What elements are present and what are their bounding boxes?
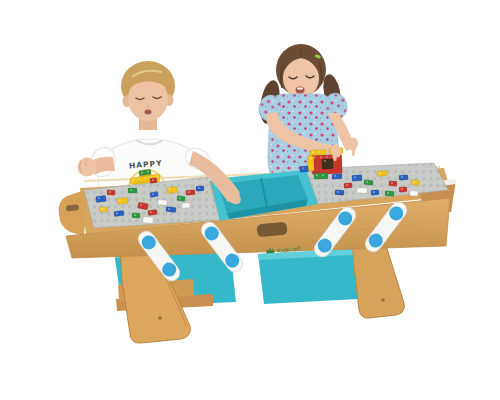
toy-brick (182, 203, 190, 208)
toy-brick (371, 190, 379, 196)
toy-brick (186, 190, 195, 196)
toy-brick (352, 175, 362, 182)
leg-screw (158, 316, 162, 320)
under-table-bin-right (258, 249, 358, 304)
toy-brick (158, 200, 167, 206)
apron-handle-cutout (257, 222, 288, 238)
toy-brick (167, 186, 178, 193)
play-table: KidKraft (59, 163, 456, 343)
toy-brick (335, 190, 344, 196)
toy-brick (107, 190, 115, 196)
toy-brick (143, 217, 153, 224)
toy-brick (410, 191, 418, 197)
toy-brick (332, 174, 342, 179)
toy-brick (389, 181, 397, 187)
toy-brick (132, 213, 140, 218)
toy-brick (96, 195, 107, 202)
toy-brick (117, 198, 128, 205)
toy-brick (364, 180, 373, 186)
toy-brick (308, 156, 315, 171)
boy-mouth (145, 110, 152, 115)
table-end-left (59, 189, 88, 236)
toy-brick (411, 180, 419, 186)
leg-screw (381, 298, 385, 302)
toy-brick (385, 191, 394, 197)
girl-teeth (297, 88, 303, 90)
toy-brick (322, 159, 333, 169)
toy-brick (150, 178, 158, 184)
toy-brick (314, 173, 328, 179)
toy-brick (377, 170, 388, 176)
toy-brick (300, 166, 309, 173)
toy-brick (128, 188, 137, 193)
toy-brick (148, 209, 158, 215)
boy-fist (78, 158, 97, 177)
toy-brick (166, 206, 176, 212)
product-photo: HAPPY (0, 0, 500, 400)
toy-brick (344, 183, 352, 189)
toy-brick (357, 188, 367, 194)
toy-brick (399, 187, 407, 192)
toy-brick (177, 195, 186, 201)
toy-brick (399, 175, 408, 181)
toy-brick (196, 186, 204, 192)
toy-brick (99, 207, 108, 213)
toy-brick (114, 210, 125, 216)
